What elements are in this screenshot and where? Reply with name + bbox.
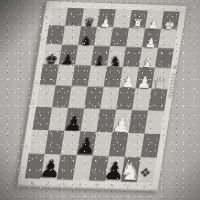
piece-white-bishop-c2[interactable]: ♝ bbox=[140, 55, 155, 69]
rank-label-7: 7 bbox=[40, 180, 57, 188]
piece-white-rook-a3[interactable]: ♜ bbox=[131, 18, 144, 30]
piece-white-pawn-d3[interactable]: ♟ bbox=[120, 74, 137, 90]
square-f6[interactable]: ♟ bbox=[64, 108, 84, 131]
piece-white-pawn-b2[interactable]: ♟ bbox=[144, 37, 158, 50]
piece-white-queen-d1[interactable]: ♛ bbox=[152, 75, 169, 91]
piece-white-pawn-f3[interactable]: ♟ bbox=[111, 114, 132, 135]
rank-label-4: 4 bbox=[87, 182, 104, 190]
rank-label-2: 2 bbox=[119, 183, 136, 191]
piece-black-bishop-c5[interactable]: ♝ bbox=[92, 54, 107, 68]
square-h7[interactable]: ♟ bbox=[41, 154, 61, 179]
rank-label-6: 6 bbox=[56, 180, 73, 188]
rank-label-8: 8 bbox=[24, 179, 41, 187]
square-a1[interactable]: ♚ bbox=[161, 11, 180, 29]
piece-white-pawn-a2[interactable]: ♟ bbox=[147, 19, 160, 31]
piece-black-pawn-h7[interactable]: ♟ bbox=[38, 157, 63, 182]
piece-black-knight-c4[interactable]: ♞ bbox=[108, 54, 123, 68]
piece-black-queen-a6[interactable]: ♛ bbox=[83, 16, 96, 28]
piece-black-king-c8[interactable]: ♚ bbox=[44, 52, 59, 66]
square-f1[interactable] bbox=[144, 111, 164, 134]
square-g5[interactable]: ♟ bbox=[77, 131, 97, 155]
piece-black-knight-b6[interactable]: ♞ bbox=[80, 34, 94, 47]
rank-label-1: 1 bbox=[135, 183, 152, 191]
rank-label-5: 5 bbox=[71, 181, 88, 189]
chessboard: ♛♟♜♟♚♞♟♚♟♝♞♝♟♟♛♟♟♟♟♟♞ ® FISCHER ❖ 876543… bbox=[17, 0, 188, 191]
chessboard-photo: ♛♟♜♟♚♞♟♚♟♝♞♝♟♟♛♟♟♟♟♟♞ ® FISCHER ❖ 876543… bbox=[0, 0, 200, 200]
piece-white-king-a1[interactable]: ♚ bbox=[163, 19, 176, 31]
rank-label-3: 3 bbox=[103, 182, 120, 190]
piece-black-pawn-g5[interactable]: ♟ bbox=[75, 135, 98, 158]
board-grid: ♛♟♜♟♚♞♟♚♟♝♞♝♟♟♛♟♟♟♟♟♞ bbox=[25, 7, 180, 183]
square-g1[interactable] bbox=[141, 134, 161, 158]
piece-white-pawn-d2[interactable]: ♟ bbox=[136, 74, 153, 90]
fischer-diamond-logo-icon: ❖ bbox=[138, 165, 152, 180]
piece-black-pawn-f6[interactable]: ♟ bbox=[63, 113, 84, 134]
piece-white-pawn-a5[interactable]: ♟ bbox=[99, 17, 112, 29]
square-c1[interactable] bbox=[155, 48, 174, 68]
square-f3[interactable]: ♟ bbox=[112, 110, 132, 133]
piece-black-pawn-c7[interactable]: ♟ bbox=[60, 53, 75, 67]
